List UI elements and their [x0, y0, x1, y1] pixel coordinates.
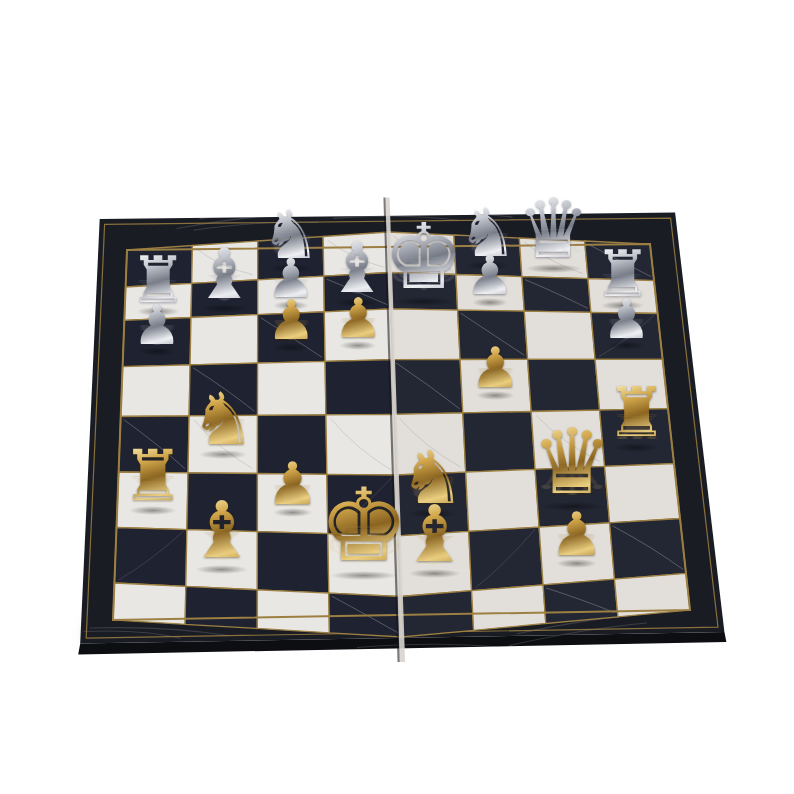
piece-reflection: ♜ [121, 470, 184, 505]
piece-gold-queen-g3[interactable]: ♛♛ [532, 417, 613, 508]
piece-reflection: ♝ [400, 529, 470, 568]
piece-gold-rook-h4[interactable]: ♜♜ [606, 379, 667, 447]
square-g7[interactable] [522, 277, 591, 313]
piece-reflection: ♟ [470, 363, 520, 391]
square-h3[interactable] [605, 464, 680, 523]
piece-silver-queen-g8[interactable]: ♛♛ [517, 188, 590, 270]
piece-reflection: ♚ [383, 250, 464, 295]
piece-gold-bishop-b2[interactable]: ♝♝ [187, 492, 257, 570]
piece-reflection: ♟ [602, 314, 651, 341]
chess-board [0, 0, 794, 794]
square-f1[interactable] [472, 585, 546, 630]
square-f3[interactable] [466, 469, 539, 531]
piece-reflection: ♛ [532, 455, 613, 500]
piece-gold-king-d2[interactable]: ♚♚ [319, 475, 410, 576]
piece-reflection: ♜ [606, 408, 667, 442]
product-photo-stage: ♞♞♞♞♛♛♜♜♝♝♟♟♝♝♚♚♟♟♜♜♟♟♟♟♟♟♟♟♟♟♞♞♜♜♜♜♟♟♞♞… [0, 0, 794, 794]
piece-reflection: ♟ [267, 316, 316, 343]
square-f4[interactable] [463, 412, 535, 473]
piece-silver-king-e7[interactable]: ♚♚ [383, 212, 464, 303]
piece-reflection: ♟ [266, 479, 319, 508]
piece-gold-pawn-d6[interactable]: ♟♟ [334, 291, 383, 346]
piece-gold-pawn-g2[interactable]: ♟♟ [550, 504, 604, 564]
piece-silver-bishop-b7[interactable]: ♝♝ [193, 239, 256, 309]
piece-reflection: ♟ [550, 529, 604, 559]
square-f2[interactable] [469, 527, 543, 591]
piece-gold-pawn-c3[interactable]: ♟♟ [266, 455, 319, 514]
square-c1[interactable] [257, 590, 329, 633]
piece-reflection: ♞ [191, 413, 256, 449]
piece-gold-bishop-e2[interactable]: ♝♝ [400, 496, 470, 574]
piece-reflection: ♝ [187, 525, 257, 564]
square-h2[interactable] [610, 519, 686, 580]
square-g5[interactable] [528, 359, 600, 411]
square-g6[interactable] [524, 311, 595, 359]
piece-reflection: ♟ [132, 321, 181, 348]
square-d5[interactable] [325, 360, 394, 415]
piece-silver-pawn-a6[interactable]: ♟♟ [132, 298, 181, 353]
piece-reflection: ♚ [319, 517, 410, 568]
square-a5[interactable] [121, 365, 190, 417]
piece-silver-pawn-h6[interactable]: ♟♟ [602, 292, 651, 347]
piece-reflection: ♟ [466, 272, 514, 299]
piece-silver-pawn-f7[interactable]: ♟♟ [466, 249, 514, 303]
piece-reflection: ♟ [334, 314, 383, 341]
square-a2[interactable] [114, 528, 186, 587]
piece-gold-knight-b4[interactable]: ♞♞ [191, 383, 256, 455]
square-b6[interactable] [190, 315, 258, 365]
square-c5[interactable] [258, 361, 326, 415]
square-b1[interactable] [185, 586, 257, 628]
piece-reflection: ♛ [517, 222, 590, 263]
piece-gold-rook-a3[interactable]: ♜♜ [121, 441, 184, 511]
piece-reflection: ♝ [193, 269, 256, 304]
piece-gold-pawn-f5[interactable]: ♟♟ [470, 340, 520, 396]
square-e6[interactable] [391, 309, 460, 360]
square-g1[interactable] [543, 579, 618, 623]
piece-gold-pawn-c6[interactable]: ♟♟ [267, 293, 316, 348]
